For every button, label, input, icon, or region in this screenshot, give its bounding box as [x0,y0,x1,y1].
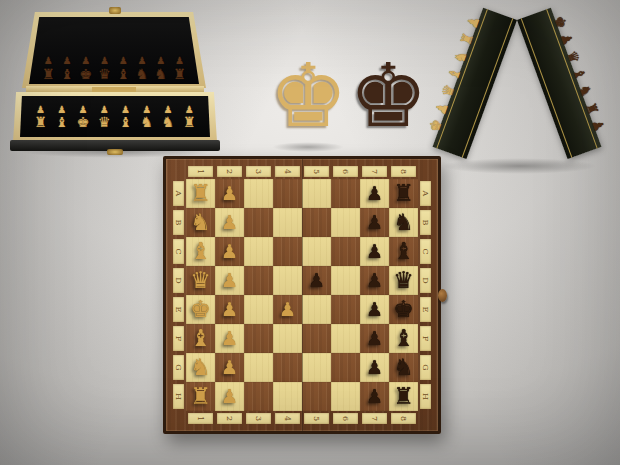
rank-label-top-4-text: 4 [283,169,292,174]
black-piece-g7: ♟ [366,358,383,377]
black-piece-g8: ♞ [393,356,414,379]
black-piece-d7: ♟ [366,271,383,290]
stored-piece-glyph: ♛ [98,115,111,129]
box-base-felt: ♟♟♟♟♟♟♟♟ ♜♝♚♛♝♞♞♜ [20,96,210,137]
rank-label-bottom-3: 3 [246,413,271,424]
stored-piece-glyph: ♟ [63,56,72,66]
square-d5: ♟ [302,266,331,295]
square-a2: ♟ [215,179,244,208]
stored-piece-glyph: ♜ [584,100,601,117]
file-label-left-b: B [173,210,184,235]
stored-piece-glyph: ♟ [185,105,194,115]
square-b2: ♟ [215,208,244,237]
board-latch-knob [438,289,447,302]
file-label-left-d-text: D [174,277,183,283]
black-piece-e8: ♚ [393,298,414,321]
file-label-right-c: C [420,239,431,264]
rank-label-bottom-1: 1 [188,413,213,424]
square-a7: ♟ [360,179,389,208]
file-label-right-g-text: G [421,364,430,370]
black-piece-a7: ♟ [366,184,383,203]
stored-piece-glyph: ♟ [142,105,151,115]
rank-label-bottom-4: 4 [275,413,300,424]
rank-label-top-1-text: 1 [196,169,205,174]
square-c1: ♝ [186,237,215,266]
black-piece-a8: ♜ [393,182,414,205]
file-label-left-g-text: G [174,364,183,370]
file-label-left-a: A [173,181,184,206]
white-piece-d1: ♛ [190,269,211,292]
stored-piece-glyph: ♞ [155,67,168,81]
file-label-left-e: E [173,297,184,322]
rank-label-top-6-text: 6 [341,169,350,174]
white-piece-g1: ♞ [190,356,211,379]
stored-piece-glyph: ♟ [79,105,88,115]
square-b4 [273,208,302,237]
stored-dark-pieces: ♚♟♛♝♞♜♟ [553,13,607,134]
square-c7: ♟ [360,237,389,266]
rank-label-bottom-7: 7 [362,413,387,424]
square-g1: ♞ [186,353,215,382]
display-kings: ♚ ♚ [269,52,428,140]
box-hinge-block [92,87,136,92]
rank-label-top-3-text: 3 [254,169,263,174]
rank-label-bottom-2-text: 2 [225,416,234,421]
stored-piece-glyph: ♛ [98,67,111,81]
square-d3 [244,266,273,295]
square-a5 [302,179,331,208]
black-piece-b7: ♟ [366,213,383,232]
square-a1: ♜ [186,179,215,208]
file-label-left-h: H [173,384,184,409]
square-h6 [331,382,360,411]
stored-piece-glyph: ♝ [119,115,132,129]
box-clasp-icon [109,7,121,14]
square-c2: ♟ [215,237,244,266]
boxed-black-pawns: ♟♟♟♟♟♟♟♟ [29,56,199,66]
square-e3 [244,295,273,324]
board-corner [418,411,433,426]
file-label-left-e-text: E [174,307,183,313]
square-e4: ♟ [273,295,302,324]
square-e2: ♟ [215,295,244,324]
stored-piece-glyph: ♜ [458,31,475,48]
rank-label-top-1: 1 [188,166,213,177]
square-f1: ♝ [186,324,215,353]
stored-piece-glyph: ♝ [117,67,130,81]
square-b7: ♟ [360,208,389,237]
rank-label-top-4: 4 [275,166,300,177]
rank-label-bottom-8: 8 [391,413,416,424]
stored-piece-glyph: ♝ [56,115,69,129]
stored-piece-glyph: ♜ [173,67,186,81]
white-piece-f2: ♟ [221,329,238,348]
black-piece-c7: ♟ [366,242,383,261]
white-piece-e1: ♚ [190,298,211,321]
black-piece-d5: ♟ [308,271,325,290]
square-a8: ♜ [389,179,418,208]
black-piece-h8: ♜ [393,385,414,408]
rank-label-bottom-2: 2 [217,413,242,424]
square-a6 [331,179,360,208]
stored-piece-glyph: ♚ [77,115,90,129]
stored-piece-glyph: ♚ [80,67,93,81]
product-photo-stage: ♟♟♟♟♟♟♟♟ ♜♝♚♛♝♞♞♜ ♟♟♟♟♟♟♟♟ ♜♝♚♛♝♞♞♜ ♚ ♚ … [0,0,620,465]
square-e8: ♚ [389,295,418,324]
rank-label-bottom-6-text: 6 [341,416,350,421]
folded-board-left-panel: ♟♜♞♝♛♟♚ [433,8,517,159]
square-e7: ♟ [360,295,389,324]
square-a3 [244,179,273,208]
stored-piece-glyph: ♜ [34,115,47,129]
file-label-right-e-text: E [421,307,430,313]
square-e5 [302,295,331,324]
stored-piece-glyph: ♟ [464,14,481,31]
stored-piece-glyph: ♝ [445,65,462,82]
stored-piece-glyph: ♝ [61,67,74,81]
square-f8: ♝ [389,324,418,353]
square-e6 [331,295,360,324]
file-label-left-c-text: C [174,248,183,254]
rank-label-bottom-3-text: 3 [254,416,263,421]
file-label-right-f: F [420,326,431,351]
square-e1: ♚ [186,295,215,324]
square-g7: ♟ [360,353,389,382]
rank-label-bottom-4-text: 4 [283,416,292,421]
file-label-right-h-text: H [421,393,430,400]
white-piece-c1: ♝ [190,240,211,263]
black-king-piece: ♚ [349,52,428,140]
stored-piece-glyph: ♚ [552,14,569,31]
rank-label-top-8: 8 [391,166,416,177]
file-label-right-b-text: B [421,220,430,226]
black-piece-d8: ♛ [393,269,414,292]
square-g8: ♞ [389,353,418,382]
file-label-right-a-text: A [421,191,430,197]
black-piece-f8: ♝ [393,327,414,350]
white-piece-h2: ♟ [221,387,238,406]
square-f3 [244,324,273,353]
square-g3 [244,353,273,382]
white-king-piece: ♚ [269,52,348,140]
square-g2: ♟ [215,353,244,382]
rank-label-bottom-1-text: 1 [196,416,205,421]
stored-piece-glyph: ♟ [164,105,173,115]
square-c8: ♝ [389,237,418,266]
white-piece-e4: ♟ [279,300,296,319]
stored-piece-glyph: ♟ [433,100,450,117]
rank-label-top-5-text: 5 [312,169,321,174]
stored-piece-glyph: ♟ [44,56,53,66]
square-f6 [331,324,360,353]
square-g4 [273,353,302,382]
square-d1: ♛ [186,266,215,295]
tent-shadow [442,158,597,174]
square-h2: ♟ [215,382,244,411]
rank-label-top-2-text: 2 [225,169,234,174]
stored-piece-glyph: ♚ [427,117,444,134]
rank-label-top-8-text: 8 [399,169,408,174]
stored-piece-glyph: ♞ [577,83,594,100]
stored-piece-glyph: ♝ [571,65,588,82]
rank-label-top-3: 3 [246,166,271,177]
square-b8: ♞ [389,208,418,237]
rank-label-bottom-7-text: 7 [370,416,379,421]
file-label-left-b-text: B [174,220,183,226]
rank-label-bottom-5: 5 [304,413,329,424]
stored-piece-glyph: ♟ [121,105,130,115]
square-a4 [273,179,302,208]
file-label-right-d: D [420,268,431,293]
square-d4 [273,266,302,295]
file-label-right-c-text: C [421,248,430,254]
stored-piece-glyph: ♟ [156,56,165,66]
black-piece-e7: ♟ [366,300,383,319]
square-h4 [273,382,302,411]
stored-light-pieces: ♟♜♞♝♛♟♚ [427,13,481,134]
square-b5 [302,208,331,237]
stored-piece-glyph: ♟ [100,105,109,115]
chess-board: 12345678A♜♟♟♜AB♞♟♟♞BC♝♟♟♝CD♛♟♟♟♛DE♚♟♟♟♚E… [163,156,441,434]
square-f4 [273,324,302,353]
stored-piece-glyph: ♞ [141,115,154,129]
square-d8: ♛ [389,266,418,295]
square-g6 [331,353,360,382]
box-front-latch-icon [107,149,123,155]
rank-label-top-6: 6 [333,166,358,177]
white-piece-a2: ♟ [221,184,238,203]
box-lid-felt: ♟♟♟♟♟♟♟♟ ♜♝♚♛♝♞♞♜ [29,17,199,84]
chess-box-lid: ♟♟♟♟♟♟♟♟ ♜♝♚♛♝♞♞♜ [22,12,206,88]
file-label-right-e: E [420,297,431,322]
stored-piece-glyph: ♟ [119,56,128,66]
board-corner [171,411,186,426]
rank-label-top-2: 2 [217,166,242,177]
square-c5 [302,237,331,266]
square-h1: ♜ [186,382,215,411]
square-g5 [302,353,331,382]
stored-piece-glyph: ♛ [439,83,456,100]
stored-piece-glyph: ♜ [183,115,196,129]
file-label-left-d: D [173,268,184,293]
stored-piece-glyph: ♟ [559,31,576,48]
rank-label-top-7-text: 7 [370,169,379,174]
white-piece-g2: ♟ [221,358,238,377]
rank-label-bottom-8-text: 8 [399,416,408,421]
stored-piece-glyph: ♞ [452,48,469,65]
file-label-left-f-text: F [174,336,183,342]
stored-piece-glyph: ♛ [565,48,582,65]
file-label-right-h: H [420,384,431,409]
square-h7: ♟ [360,382,389,411]
black-piece-c8: ♝ [393,240,414,263]
chess-box-base: ♟♟♟♟♟♟♟♟ ♜♝♚♛♝♞♞♜ [13,92,217,142]
board-corner [418,164,433,179]
white-piece-h1: ♜ [190,385,211,408]
square-b3 [244,208,273,237]
square-b6 [331,208,360,237]
white-piece-d2: ♟ [221,271,238,290]
square-d7: ♟ [360,266,389,295]
white-piece-b2: ♟ [221,213,238,232]
folded-magnetic-board: ♟♜♞♝♛♟♚ ♚♟♛♝♞♜♟ [436,12,606,177]
square-f5 [302,324,331,353]
boxed-white-pawns: ♟♟♟♟♟♟♟♟ [20,105,210,115]
open-chess-box: ♟♟♟♟♟♟♟♟ ♜♝♚♛♝♞♞♜ ♟♟♟♟♟♟♟♟ ♜♝♚♛♝♞♞♜ [8,6,220,158]
file-label-left-g: G [173,355,184,380]
square-f2: ♟ [215,324,244,353]
file-label-left-f: F [173,326,184,351]
black-piece-f7: ♟ [366,329,383,348]
stored-piece-glyph: ♟ [36,105,45,115]
file-label-left-h-text: H [174,393,183,400]
square-c6 [331,237,360,266]
stored-piece-glyph: ♟ [138,56,147,66]
square-h8: ♜ [389,382,418,411]
white-piece-b1: ♞ [190,211,211,234]
stored-piece-glyph: ♟ [81,56,90,66]
square-d2: ♟ [215,266,244,295]
file-label-left-c: C [173,239,184,264]
square-f7: ♟ [360,324,389,353]
white-piece-c2: ♟ [221,242,238,261]
square-b1: ♞ [186,208,215,237]
boxed-black-pieces: ♜♝♚♛♝♞♞♜ [29,67,199,81]
file-label-right-b: B [420,210,431,235]
file-label-right-a: A [420,181,431,206]
square-c4 [273,237,302,266]
stored-piece-glyph: ♟ [590,117,607,134]
file-label-right-f-text: F [421,336,430,342]
file-label-left-a-text: A [174,191,183,197]
square-d6 [331,266,360,295]
white-piece-f1: ♝ [190,327,211,350]
stored-piece-glyph: ♟ [175,56,184,66]
rank-label-top-7: 7 [362,166,387,177]
board-corner [171,164,186,179]
boxed-white-pieces: ♜♝♚♛♝♞♞♜ [20,115,210,129]
file-label-right-g: G [420,355,431,380]
folded-board-right-panel: ♚♟♛♝♞♜♟ [517,8,601,159]
square-c3 [244,237,273,266]
file-label-right-d-text: D [421,277,430,283]
stored-piece-glyph: ♞ [162,115,175,129]
white-piece-e2: ♟ [221,300,238,319]
stored-piece-glyph: ♟ [100,56,109,66]
square-h3 [244,382,273,411]
board-fold-seam [302,159,303,431]
rank-label-bottom-5-text: 5 [312,416,321,421]
stored-piece-glyph: ♜ [42,67,55,81]
rank-label-bottom-6: 6 [333,413,358,424]
rank-label-top-5: 5 [304,166,329,177]
square-h5 [302,382,331,411]
stored-piece-glyph: ♟ [57,105,66,115]
white-piece-a1: ♜ [190,182,211,205]
stored-piece-glyph: ♞ [136,67,149,81]
black-piece-h7: ♟ [366,387,383,406]
black-piece-b8: ♞ [393,211,414,234]
